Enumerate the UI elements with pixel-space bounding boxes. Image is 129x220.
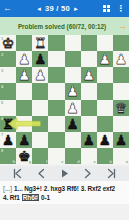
- square-e8[interactable]: e: [48, 148, 64, 164]
- square-b3[interactable]: [97, 67, 113, 83]
- square-f8[interactable]: f: [32, 148, 48, 164]
- piece-white-rook: ♜: [34, 36, 47, 50]
- move-token[interactable]: [...]: [3, 185, 12, 192]
- rank-label: 3: [1, 68, 3, 73]
- square-a3[interactable]: [113, 67, 129, 83]
- square-g2[interactable]: ♟: [16, 51, 32, 67]
- square-g3[interactable]: ♟: [16, 67, 32, 83]
- move-list: [...]1... Ng3+!2. hxg3 Rf6!3. Rxf2 exf24…: [0, 181, 129, 204]
- square-f6[interactable]: [32, 116, 48, 132]
- file-label: d: [77, 159, 79, 164]
- square-d7[interactable]: [65, 132, 81, 148]
- square-h1[interactable]: 1♚: [0, 35, 16, 51]
- rank-label: 1: [1, 36, 3, 41]
- piece-black-pawn: ♟: [18, 133, 31, 147]
- move-token[interactable]: 1... Ng3+!: [14, 185, 42, 192]
- piece-white-king: ♚: [2, 36, 15, 50]
- overflow-menu-icon[interactable]: ⋮: [117, 0, 125, 17]
- square-f7[interactable]: [32, 132, 48, 148]
- move-token[interactable]: 4. Rf1: [3, 194, 20, 201]
- square-d6[interactable]: ♟: [65, 116, 81, 132]
- square-b5[interactable]: [97, 100, 113, 116]
- step-forward-icon[interactable]: [82, 168, 93, 179]
- rank-label: 6: [1, 116, 3, 121]
- square-e7[interactable]: [48, 132, 64, 148]
- square-b2[interactable]: ♟: [97, 51, 113, 67]
- square-c3[interactable]: ♟: [81, 67, 97, 83]
- file-label: b: [109, 159, 111, 164]
- square-f4[interactable]: [32, 83, 48, 99]
- skip-to-start-icon[interactable]: [12, 168, 23, 179]
- square-h2[interactable]: 2: [0, 51, 16, 67]
- square-d2[interactable]: [65, 51, 81, 67]
- piece-white-pawn: ♟: [66, 101, 79, 115]
- move-line: [...]1... Ng3+!2. hxg3 Rf6!3. Rxf2 exf2: [3, 184, 126, 193]
- step-back-icon[interactable]: [36, 168, 47, 179]
- file-label: e: [61, 159, 63, 164]
- piece-white-pawn: ♟: [18, 68, 31, 82]
- play-icon[interactable]: [59, 168, 70, 179]
- square-d3[interactable]: [65, 67, 81, 83]
- square-d5[interactable]: ♟: [65, 100, 81, 116]
- square-c2[interactable]: [81, 51, 97, 67]
- rank-label: 5: [1, 100, 3, 105]
- square-h5[interactable]: 5: [0, 100, 16, 116]
- file-label: g: [29, 159, 31, 164]
- move-token[interactable]: 3. Rxf2 exf2: [81, 185, 115, 192]
- square-e2[interactable]: [48, 51, 64, 67]
- square-a7[interactable]: ♟: [113, 132, 129, 148]
- square-c8[interactable]: c: [81, 148, 97, 164]
- playback-controls: [0, 166, 129, 181]
- grid-view-icon[interactable]: [103, 5, 110, 12]
- square-e4[interactable]: [48, 83, 64, 99]
- square-g6[interactable]: [16, 116, 32, 132]
- square-d1[interactable]: [65, 35, 81, 51]
- square-b6[interactable]: [97, 116, 113, 132]
- piece-black-rook: ♜: [2, 117, 15, 131]
- file-label: f: [46, 159, 47, 164]
- square-b7[interactable]: ♟: [97, 132, 113, 148]
- square-g1[interactable]: [16, 35, 32, 51]
- square-h7[interactable]: 7♟: [0, 132, 16, 148]
- square-g7[interactable]: ♟: [16, 132, 32, 148]
- square-f2[interactable]: ♟: [32, 51, 48, 67]
- piece-white-pawn: ♟: [18, 52, 31, 66]
- piece-white-pawn: ♟: [115, 52, 128, 66]
- square-f3[interactable]: ♟: [32, 67, 48, 83]
- puzzle-counter: 39 / 50: [45, 4, 70, 13]
- square-d4[interactable]: ♟: [65, 83, 81, 99]
- square-c5[interactable]: [81, 100, 97, 116]
- square-a6[interactable]: [113, 116, 129, 132]
- square-c1[interactable]: [81, 35, 97, 51]
- piece-black-pawn: ♟: [34, 52, 47, 66]
- square-f5[interactable]: [32, 100, 48, 116]
- square-c4[interactable]: [81, 83, 97, 99]
- chess-board: 1♚♜2♟♟♟♟3♟♟♟4♟5♟♛6♜♟7♟♟♟♟♟8hg♚fedcba: [0, 35, 129, 164]
- square-h8[interactable]: 8h: [0, 148, 16, 164]
- square-a1[interactable]: [113, 35, 129, 51]
- piece-black-pawn: ♟: [2, 133, 15, 147]
- rank-label: 2: [1, 52, 3, 57]
- piece-black-king: ♚: [18, 149, 31, 163]
- move-token[interactable]: 0-1: [41, 194, 50, 201]
- move-line: 4. Rf1Rh6#0-1: [3, 193, 126, 202]
- current-move[interactable]: Rh6#: [22, 194, 39, 201]
- back-icon[interactable]: ←: [3, 0, 12, 17]
- file-label: c: [94, 159, 96, 164]
- rank-label: 7: [1, 132, 3, 137]
- square-d8[interactable]: d: [65, 148, 81, 164]
- piece-white-pawn: ♟: [99, 52, 112, 66]
- square-c6[interactable]: [81, 116, 97, 132]
- piece-white-pawn: ♟: [82, 68, 95, 82]
- rank-label: 4: [1, 84, 3, 89]
- square-a2[interactable]: ♟: [113, 51, 129, 67]
- square-h3[interactable]: 3: [0, 67, 16, 83]
- rank-label: 8: [1, 148, 3, 153]
- square-h6[interactable]: 6♜: [0, 116, 16, 132]
- piece-black-pawn: ♟: [82, 133, 95, 147]
- previous-puzzle-icon[interactable]: ◄: [36, 6, 42, 12]
- piece-black-pawn: ♟: [99, 133, 112, 147]
- square-g4[interactable]: [16, 83, 32, 99]
- piece-white-queen: ♛: [115, 101, 128, 115]
- square-e3[interactable]: [48, 67, 64, 83]
- skip-to-end-icon[interactable]: [106, 168, 117, 179]
- piece-white-pawn: ♟: [66, 84, 79, 98]
- square-h4[interactable]: 4: [0, 83, 16, 99]
- square-g5[interactable]: [16, 100, 32, 116]
- square-e6[interactable]: [48, 116, 64, 132]
- square-a8[interactable]: a: [113, 148, 129, 164]
- piece-black-pawn: ♟: [115, 133, 128, 147]
- file-label: a: [126, 159, 128, 164]
- square-c7[interactable]: ♟: [81, 132, 97, 148]
- piece-black-pawn: ♟: [66, 117, 79, 131]
- puzzle-pager: ◄ 39 / 50 ►: [12, 4, 103, 13]
- move-token[interactable]: 2. hxg3 Rf6!: [44, 185, 79, 192]
- square-a4[interactable]: [113, 83, 129, 99]
- app-screen: ← ◄ 39 / 50 ► ⋮ Problem solved (60/72, 0…: [0, 0, 129, 220]
- square-g8[interactable]: g♚: [16, 148, 32, 164]
- file-label: h: [13, 159, 15, 164]
- square-f1[interactable]: ♜: [32, 35, 48, 51]
- square-a5[interactable]: ♛: [113, 100, 129, 116]
- top-toolbar: ← ◄ 39 / 50 ► ⋮: [0, 0, 129, 17]
- status-text: Problem solved (60/72, 00:12): [0, 23, 118, 30]
- square-b1[interactable]: [97, 35, 113, 51]
- status-banner: Problem solved (60/72, 00:12) →: [0, 17, 129, 35]
- square-e1[interactable]: [48, 35, 64, 51]
- square-e5[interactable]: [48, 100, 64, 116]
- square-b8[interactable]: b: [97, 148, 113, 164]
- piece-white-pawn: ♟: [34, 68, 47, 82]
- next-problem-arrow-icon[interactable]: →: [118, 17, 127, 35]
- square-b4[interactable]: [97, 83, 113, 99]
- next-puzzle-icon[interactable]: ►: [73, 6, 79, 12]
